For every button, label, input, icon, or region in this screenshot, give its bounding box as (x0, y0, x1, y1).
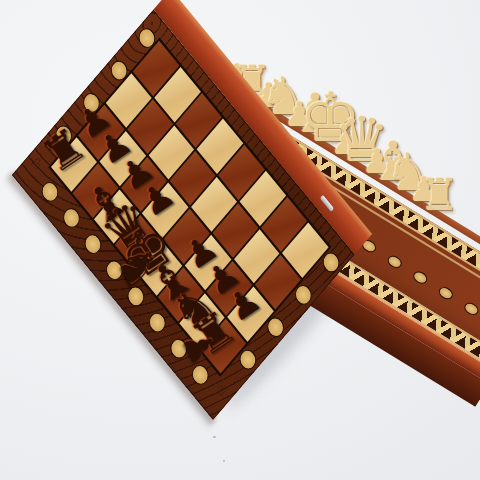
rank-label-right-5-circle (319, 248, 343, 276)
file-label-c-circle (81, 230, 105, 258)
rank-label-left-7-circle (79, 89, 103, 117)
file-label-d-circle (102, 256, 126, 284)
file-label-e-circle (124, 282, 148, 310)
file-label-h-circle (188, 360, 212, 388)
file-label-g-circle (167, 334, 191, 362)
corner-heart-ornament: ♡ (28, 156, 42, 172)
rank-label-right-8-circle (236, 345, 260, 373)
light-rook-offboard-14: ♜ (420, 172, 459, 216)
rank-label-left-5-circle (135, 24, 159, 52)
rank-label-left-8-circle (52, 121, 76, 149)
rank-label-right-6-circle (291, 280, 315, 308)
rank-label-left-6-circle (107, 56, 131, 84)
corner-heart-ornament: ♡ (215, 383, 228, 400)
product-photo-stage: ♟♜♟♞♟♝♚♟♛♟♝♞♟♜ ♡ ♡ ♜♝♛♚♝♞♜♟♟♟♟♟♟♟♞♟ (0, 0, 480, 480)
file-label-b-circle (59, 204, 83, 232)
brass-hinge-pin (320, 195, 334, 212)
file-label-a-circle (38, 177, 62, 205)
file-label-f-circle (145, 308, 169, 336)
rank-label-right-7-circle (264, 313, 288, 341)
